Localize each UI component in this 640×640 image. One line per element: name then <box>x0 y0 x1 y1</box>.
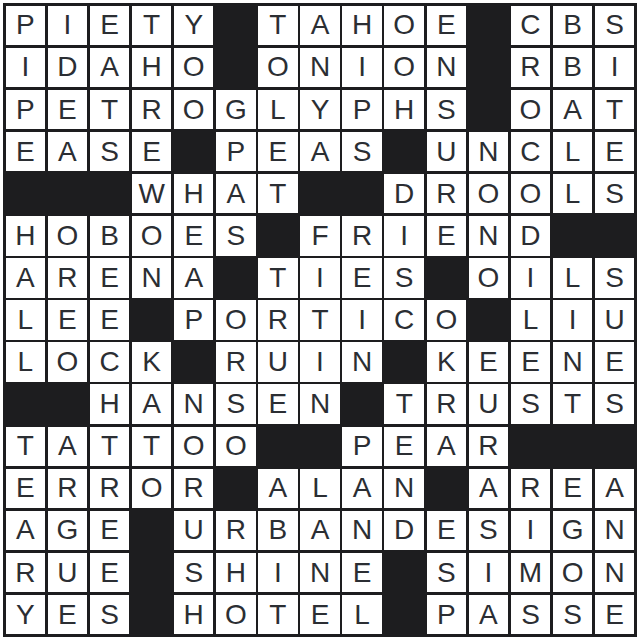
cell-r6c4[interactable]: O <box>132 216 172 256</box>
cell-r3c1[interactable]: P <box>6 90 46 130</box>
cell-r7c3[interactable]: E <box>90 258 130 298</box>
cell-r5c4[interactable]: W <box>132 174 172 214</box>
cell-r3c3[interactable]: T <box>90 90 130 130</box>
cell-r9c4[interactable]: K <box>132 342 172 382</box>
cell-r11c2[interactable]: A <box>48 427 88 467</box>
cell-r5c7[interactable]: T <box>258 174 298 214</box>
cell-r2c10[interactable]: O <box>384 48 424 88</box>
cell-r3c2[interactable]: E <box>48 90 88 130</box>
cell-r13c15[interactable]: N <box>595 511 635 551</box>
cell-r10c12[interactable]: U <box>469 384 509 424</box>
cell-r13c13[interactable]: I <box>511 511 551 551</box>
black-cell-r6c7 <box>258 216 298 256</box>
cell-r1c4[interactable]: T <box>132 6 172 46</box>
cell-r15c8[interactable]: E <box>300 595 340 635</box>
cell-r3c9[interactable]: P <box>342 90 382 130</box>
cell-r2c13[interactable]: R <box>511 48 551 88</box>
cell-r4c8[interactable]: A <box>300 132 340 172</box>
cell-r7c13[interactable]: I <box>511 258 551 298</box>
cell-r9c7[interactable]: U <box>258 342 298 382</box>
cell-r13c7[interactable]: B <box>258 511 298 551</box>
cell-r1c1[interactable]: P <box>6 6 46 46</box>
cell-r4c11[interactable]: U <box>427 132 467 172</box>
cell-r10c14[interactable]: T <box>553 384 593 424</box>
cell-r1c5[interactable]: Y <box>174 6 214 46</box>
cell-r10c13[interactable]: S <box>511 384 551 424</box>
black-cell-r2c12 <box>469 48 509 88</box>
cell-r8c9[interactable]: I <box>342 300 382 340</box>
cell-r10c11[interactable]: R <box>427 384 467 424</box>
cell-r5c14[interactable]: L <box>553 174 593 214</box>
cell-r6c12[interactable]: N <box>469 216 509 256</box>
cell-r3c8[interactable]: Y <box>300 90 340 130</box>
cell-r5c15[interactable]: S <box>595 174 635 214</box>
cell-r2c11[interactable]: N <box>427 48 467 88</box>
cell-r12c2[interactable]: R <box>48 469 88 509</box>
cell-r14c11[interactable]: S <box>427 553 467 593</box>
cell-r9c9[interactable]: N <box>342 342 382 382</box>
black-cell-r12c11 <box>427 469 467 509</box>
cell-r7c4[interactable]: N <box>132 258 172 298</box>
cell-r8c6[interactable]: O <box>216 300 256 340</box>
black-cell-r15c4 <box>132 595 172 635</box>
cell-r6c9[interactable]: R <box>342 216 382 256</box>
cell-r10c3[interactable]: H <box>90 384 130 424</box>
cell-r14c15[interactable]: N <box>595 553 635 593</box>
cell-r13c14[interactable]: G <box>553 511 593 551</box>
cell-r4c12[interactable]: N <box>469 132 509 172</box>
cell-r15c13[interactable]: S <box>511 595 551 635</box>
black-cell-r5c8 <box>300 174 340 214</box>
cell-r7c2[interactable]: R <box>48 258 88 298</box>
cell-r13c12[interactable]: S <box>469 511 509 551</box>
cell-r12c8[interactable]: L <box>300 469 340 509</box>
cell-r2c7[interactable]: O <box>258 48 298 88</box>
cell-r15c12[interactable]: A <box>469 595 509 635</box>
cell-r8c3[interactable]: E <box>90 300 130 340</box>
cell-r15c6[interactable]: O <box>216 595 256 635</box>
cell-r6c5[interactable]: E <box>174 216 214 256</box>
cell-r2c15[interactable]: I <box>595 48 635 88</box>
cell-r15c1[interactable]: Y <box>6 595 46 635</box>
cell-r6c11[interactable]: E <box>427 216 467 256</box>
cell-r3c14[interactable]: A <box>553 90 593 130</box>
cell-r11c4[interactable]: T <box>132 427 172 467</box>
cell-r6c2[interactable]: O <box>48 216 88 256</box>
black-cell-r6c14 <box>553 216 593 256</box>
cell-r7c9[interactable]: E <box>342 258 382 298</box>
cell-r1c9[interactable]: H <box>342 6 382 46</box>
black-cell-r14c10 <box>384 553 424 593</box>
cell-r8c7[interactable]: R <box>258 300 298 340</box>
cell-r8c1[interactable]: L <box>6 300 46 340</box>
cell-r8c5[interactable]: P <box>174 300 214 340</box>
black-cell-r11c7 <box>258 427 298 467</box>
cell-r12c3[interactable]: R <box>90 469 130 509</box>
cell-r8c11[interactable]: O <box>427 300 467 340</box>
black-cell-r5c3 <box>90 174 130 214</box>
cell-r13c2[interactable]: G <box>48 511 88 551</box>
cell-r7c15[interactable]: S <box>595 258 635 298</box>
black-cell-r9c5 <box>174 342 214 382</box>
cell-r3c15[interactable]: T <box>595 90 635 130</box>
cell-r6c1[interactable]: H <box>6 216 46 256</box>
cell-r4c2[interactable]: A <box>48 132 88 172</box>
cell-r14c3[interactable]: E <box>90 553 130 593</box>
cell-r11c6[interactable]: O <box>216 427 256 467</box>
black-cell-r5c9 <box>342 174 382 214</box>
cell-r2c5[interactable]: O <box>174 48 214 88</box>
cell-r14c7[interactable]: I <box>258 553 298 593</box>
cell-r7c10[interactable]: S <box>384 258 424 298</box>
cell-r5c11[interactable]: R <box>427 174 467 214</box>
cell-r1c14[interactable]: B <box>553 6 593 46</box>
black-cell-r14c4 <box>132 553 172 593</box>
black-cell-r6c15 <box>595 216 635 256</box>
cell-r8c15[interactable]: U <box>595 300 635 340</box>
cell-r11c5[interactable]: O <box>174 427 214 467</box>
cell-r10c15[interactable]: S <box>595 384 635 424</box>
cell-r15c2[interactable]: E <box>48 595 88 635</box>
cell-r3c11[interactable]: S <box>427 90 467 130</box>
cell-r14c12[interactable]: I <box>469 553 509 593</box>
cell-r15c9[interactable]: L <box>342 595 382 635</box>
black-cell-r15c10 <box>384 595 424 635</box>
black-cell-r1c6 <box>216 6 256 46</box>
cell-r12c7[interactable]: A <box>258 469 298 509</box>
cell-r1c13[interactable]: C <box>511 6 551 46</box>
cell-r8c2[interactable]: E <box>48 300 88 340</box>
cell-r11c3[interactable]: T <box>90 427 130 467</box>
black-cell-r10c2 <box>48 384 88 424</box>
cell-r14c8[interactable]: N <box>300 553 340 593</box>
cell-r14c6[interactable]: H <box>216 553 256 593</box>
cell-r7c7[interactable]: T <box>258 258 298 298</box>
cell-r3c10[interactable]: H <box>384 90 424 130</box>
cell-r12c1[interactable]: E <box>6 469 46 509</box>
cell-r15c15[interactable]: E <box>595 595 635 635</box>
black-cell-r10c9 <box>342 384 382 424</box>
black-cell-r12c6 <box>216 469 256 509</box>
cell-r12c9[interactable]: A <box>342 469 382 509</box>
black-cell-r11c14 <box>553 427 593 467</box>
black-cell-r8c12 <box>469 300 509 340</box>
cell-r12c13[interactable]: R <box>511 469 551 509</box>
cell-r3c7[interactable]: L <box>258 90 298 130</box>
cell-r13c8[interactable]: A <box>300 511 340 551</box>
cell-r11c1[interactable]: T <box>6 427 46 467</box>
black-cell-r5c1 <box>6 174 46 214</box>
cell-r6c6[interactable]: S <box>216 216 256 256</box>
cell-r4c9[interactable]: S <box>342 132 382 172</box>
cell-r11c9[interactable]: P <box>342 427 382 467</box>
cell-r2c14[interactable]: B <box>553 48 593 88</box>
cell-r15c7[interactable]: T <box>258 595 298 635</box>
cell-r13c11[interactable]: E <box>427 511 467 551</box>
cell-r9c3[interactable]: C <box>90 342 130 382</box>
crossword-grid: PIETYTAHOECBSIDAHOONIONRBIPETROGLYPHSOAT… <box>3 3 637 637</box>
cell-r1c7[interactable]: T <box>258 6 298 46</box>
black-cell-r7c6 <box>216 258 256 298</box>
cell-r8c10[interactable]: C <box>384 300 424 340</box>
cell-r4c3[interactable]: S <box>90 132 130 172</box>
black-cell-r11c15 <box>595 427 635 467</box>
cell-r12c12[interactable]: A <box>469 469 509 509</box>
cell-r4c4[interactable]: E <box>132 132 172 172</box>
cell-r5c6[interactable]: A <box>216 174 256 214</box>
black-cell-r9c10 <box>384 342 424 382</box>
cell-r5c5[interactable]: H <box>174 174 214 214</box>
cell-r5c13[interactable]: O <box>511 174 551 214</box>
cell-r1c3[interactable]: E <box>90 6 130 46</box>
cell-r9c15[interactable]: E <box>595 342 635 382</box>
black-cell-r5c2 <box>48 174 88 214</box>
cell-r15c11[interactable]: P <box>427 595 467 635</box>
cell-r7c5[interactable]: A <box>174 258 214 298</box>
cell-r4c7[interactable]: E <box>258 132 298 172</box>
cell-r6c10[interactable]: I <box>384 216 424 256</box>
cell-r9c8[interactable]: I <box>300 342 340 382</box>
cell-r3c6[interactable]: G <box>216 90 256 130</box>
cell-r9c12[interactable]: E <box>469 342 509 382</box>
cell-r1c8[interactable]: A <box>300 6 340 46</box>
cell-r2c1[interactable]: I <box>6 48 46 88</box>
cell-r10c7[interactable]: E <box>258 384 298 424</box>
black-cell-r2c6 <box>216 48 256 88</box>
cell-r11c12[interactable]: R <box>469 427 509 467</box>
cell-r1c2[interactable]: I <box>48 6 88 46</box>
black-cell-r4c5 <box>174 132 214 172</box>
cell-r8c8[interactable]: T <box>300 300 340 340</box>
cell-r3c4[interactable]: R <box>132 90 172 130</box>
cell-r2c4[interactable]: H <box>132 48 172 88</box>
cell-r2c9[interactable]: I <box>342 48 382 88</box>
cell-r7c14[interactable]: L <box>553 258 593 298</box>
black-cell-r4c10 <box>384 132 424 172</box>
cell-r7c12[interactable]: O <box>469 258 509 298</box>
cell-r9c2[interactable]: O <box>48 342 88 382</box>
cell-r9c14[interactable]: N <box>553 342 593 382</box>
cell-r13c9[interactable]: N <box>342 511 382 551</box>
black-cell-r10c1 <box>6 384 46 424</box>
cell-r4c6[interactable]: P <box>216 132 256 172</box>
cell-r6c8[interactable]: F <box>300 216 340 256</box>
cell-r15c3[interactable]: S <box>90 595 130 635</box>
cell-r7c8[interactable]: I <box>300 258 340 298</box>
cell-r12c4[interactable]: O <box>132 469 172 509</box>
cell-r13c3[interactable]: E <box>90 511 130 551</box>
cell-r11c11[interactable]: A <box>427 427 467 467</box>
cell-r15c14[interactable]: S <box>553 595 593 635</box>
cell-r2c2[interactable]: D <box>48 48 88 88</box>
cell-r9c11[interactable]: K <box>427 342 467 382</box>
cell-r10c10[interactable]: T <box>384 384 424 424</box>
cell-r1c15[interactable]: S <box>595 6 635 46</box>
cell-r6c3[interactable]: B <box>90 216 130 256</box>
cell-r7c1[interactable]: A <box>6 258 46 298</box>
crossword-page: PIETYTAHOECBSIDAHOONIONRBIPETROGLYPHSOAT… <box>0 0 640 640</box>
cell-r2c8[interactable]: N <box>300 48 340 88</box>
cell-r8c13[interactable]: L <box>511 300 551 340</box>
cell-r10c4[interactable]: A <box>132 384 172 424</box>
cell-r14c1[interactable]: R <box>6 553 46 593</box>
black-cell-r13c4 <box>132 511 172 551</box>
cell-r12c14[interactable]: E <box>553 469 593 509</box>
black-cell-r3c12 <box>469 90 509 130</box>
cell-r3c13[interactable]: O <box>511 90 551 130</box>
cell-r13c5[interactable]: U <box>174 511 214 551</box>
cell-r6c13[interactable]: D <box>511 216 551 256</box>
black-cell-r11c13 <box>511 427 551 467</box>
cell-r9c1[interactable]: L <box>6 342 46 382</box>
cell-r15c5[interactable]: H <box>174 595 214 635</box>
cell-r14c14[interactable]: O <box>553 553 593 593</box>
cell-r14c2[interactable]: U <box>48 553 88 593</box>
cell-r9c13[interactable]: E <box>511 342 551 382</box>
cell-r3c5[interactable]: O <box>174 90 214 130</box>
cell-r4c15[interactable]: E <box>595 132 635 172</box>
cell-r13c1[interactable]: A <box>6 511 46 551</box>
cell-r12c15[interactable]: A <box>595 469 635 509</box>
cell-r4c13[interactable]: C <box>511 132 551 172</box>
cell-r10c6[interactable]: S <box>216 384 256 424</box>
cell-r2c3[interactable]: A <box>90 48 130 88</box>
cell-r4c1[interactable]: E <box>6 132 46 172</box>
cell-r10c5[interactable]: N <box>174 384 214 424</box>
cell-r11c10[interactable]: E <box>384 427 424 467</box>
black-cell-r11c8 <box>300 427 340 467</box>
cell-r14c9[interactable]: E <box>342 553 382 593</box>
cell-r13c6[interactable]: R <box>216 511 256 551</box>
cell-r12c10[interactable]: N <box>384 469 424 509</box>
cell-r14c13[interactable]: M <box>511 553 551 593</box>
black-cell-r1c12 <box>469 6 509 46</box>
cell-r5c10[interactable]: D <box>384 174 424 214</box>
cell-r9c6[interactable]: R <box>216 342 256 382</box>
cell-r1c10[interactable]: O <box>384 6 424 46</box>
black-cell-r7c11 <box>427 258 467 298</box>
cell-r14c5[interactable]: S <box>174 553 214 593</box>
black-cell-r8c4 <box>132 300 172 340</box>
cell-r4c14[interactable]: L <box>553 132 593 172</box>
cell-r8c14[interactable]: I <box>553 300 593 340</box>
cell-r12c5[interactable]: R <box>174 469 214 509</box>
cell-r5c12[interactable]: O <box>469 174 509 214</box>
cell-r1c11[interactable]: E <box>427 6 467 46</box>
cell-r10c8[interactable]: N <box>300 384 340 424</box>
cell-r13c10[interactable]: D <box>384 511 424 551</box>
